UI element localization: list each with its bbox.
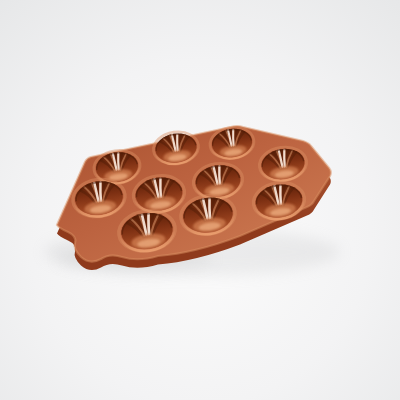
product-photo-stage	[0, 0, 400, 400]
product-photo	[0, 0, 400, 400]
